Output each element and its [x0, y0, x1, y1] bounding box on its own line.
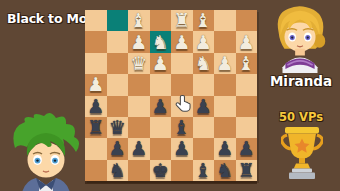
player-avatar: [5, 112, 89, 191]
square-b4[interactable]: [107, 96, 129, 117]
square-h5[interactable]: [236, 74, 258, 95]
square-d6[interactable]: ♟: [150, 53, 172, 74]
chess-board[interactable]: ♝♜♝♟♞♟♟♟♛♟♞♟♝♟♟♟ ♟♜♛♝♟♟♟♟♟♞♚♝♞♜: [85, 10, 257, 181]
square-h2[interactable]: ♟: [236, 138, 258, 159]
square-b7[interactable]: [107, 31, 129, 52]
square-e6[interactable]: [171, 53, 193, 74]
trophy-icon: [281, 125, 323, 181]
white-pawn-piece[interactable]: ♟: [193, 31, 215, 52]
square-g5[interactable]: [214, 74, 236, 95]
opponent-avatar: [269, 3, 331, 73]
white-queen-piece[interactable]: ♛: [128, 53, 150, 74]
square-b2[interactable]: ♟: [107, 138, 129, 159]
white-pawn-piece[interactable]: ♟: [85, 74, 107, 95]
square-h1[interactable]: ♜: [236, 160, 258, 181]
square-h4[interactable]: [236, 96, 258, 117]
square-c5[interactable]: [128, 74, 150, 95]
square-c4[interactable]: [128, 96, 150, 117]
square-f4[interactable]: ♟: [193, 96, 215, 117]
square-d7[interactable]: ♞: [150, 31, 172, 52]
square-a8[interactable]: [85, 10, 107, 31]
square-e4[interactable]: [171, 96, 193, 117]
square-c2[interactable]: ♟: [128, 138, 150, 159]
white-pawn-piece[interactable]: ♟: [171, 31, 193, 52]
square-f3[interactable]: [193, 117, 215, 138]
black-pawn-piece[interactable]: ♟: [128, 138, 150, 159]
square-c6[interactable]: ♛: [128, 53, 150, 74]
black-pawn-piece[interactable]: ♟: [150, 96, 172, 117]
square-g7[interactable]: [214, 31, 236, 52]
square-b6[interactable]: [107, 53, 129, 74]
game-screen: Black to Move ♝♜♝♟♞♟♟♟♛♟♞♟♝♟♟♟ ♟♜♛♝♟♟♟♟♟…: [0, 0, 340, 191]
square-d2[interactable]: [150, 138, 172, 159]
black-rook-piece[interactable]: ♜: [236, 160, 258, 181]
square-e1[interactable]: [171, 160, 193, 181]
black-bishop-piece[interactable]: ♝: [171, 117, 193, 138]
white-bishop-piece[interactable]: ♝: [236, 53, 258, 74]
square-a7[interactable]: [85, 31, 107, 52]
square-f2[interactable]: [193, 138, 215, 159]
square-b5[interactable]: [107, 74, 129, 95]
hand-cursor-icon: [173, 94, 194, 115]
black-queen-piece[interactable]: ♛: [107, 117, 129, 138]
black-bishop-piece[interactable]: ♝: [193, 160, 215, 181]
square-b1[interactable]: ♞: [107, 160, 129, 181]
square-g1[interactable]: ♞: [214, 160, 236, 181]
reward-label: 50 VPs: [262, 110, 340, 124]
black-king-piece[interactable]: ♚: [150, 160, 172, 181]
white-pawn-piece[interactable]: ♟: [214, 53, 236, 74]
square-f7[interactable]: ♟: [193, 31, 215, 52]
square-e8[interactable]: ♜: [171, 10, 193, 31]
opponent-name: Miranda: [262, 73, 340, 89]
square-a6[interactable]: [85, 53, 107, 74]
square-d5[interactable]: [150, 74, 172, 95]
square-f5[interactable]: [193, 74, 215, 95]
square-f1[interactable]: ♝: [193, 160, 215, 181]
white-bishop-piece[interactable]: ♝: [128, 10, 150, 31]
white-pawn-piece[interactable]: ♟: [150, 53, 172, 74]
black-knight-piece[interactable]: ♞: [214, 160, 236, 181]
square-d4[interactable]: ♟: [150, 96, 172, 117]
square-g4[interactable]: [214, 96, 236, 117]
square-d1[interactable]: ♚: [150, 160, 172, 181]
white-bishop-piece[interactable]: ♝: [193, 10, 215, 31]
square-d8[interactable]: [150, 10, 172, 31]
white-pawn-piece[interactable]: ♟: [128, 31, 150, 52]
square-f8[interactable]: ♝: [193, 10, 215, 31]
square-c8[interactable]: ♝: [128, 10, 150, 31]
square-g6[interactable]: ♟: [214, 53, 236, 74]
black-knight-piece[interactable]: ♞: [107, 160, 129, 181]
square-e3[interactable]: ♝: [171, 117, 193, 138]
square-g3[interactable]: [214, 117, 236, 138]
square-h8[interactable]: [236, 10, 258, 31]
square-b3[interactable]: ♛: [107, 117, 129, 138]
square-a5[interactable]: ♟: [85, 74, 107, 95]
square-f6[interactable]: ♞: [193, 53, 215, 74]
square-e2[interactable]: ♟: [171, 138, 193, 159]
square-h6[interactable]: ♝: [236, 53, 258, 74]
square-h7[interactable]: ♟: [236, 31, 258, 52]
black-pawn-piece[interactable]: ♟: [107, 138, 129, 159]
square-g8[interactable]: [214, 10, 236, 31]
square-c3[interactable]: [128, 117, 150, 138]
black-pawn-piece[interactable]: ♟: [236, 138, 258, 159]
square-b8[interactable]: [107, 10, 129, 31]
square-e5[interactable]: [171, 74, 193, 95]
black-pawn-piece[interactable]: ♟: [214, 138, 236, 159]
square-g2[interactable]: ♟: [214, 138, 236, 159]
square-h3[interactable]: [236, 117, 258, 138]
square-e7[interactable]: ♟: [171, 31, 193, 52]
square-c7[interactable]: ♟: [128, 31, 150, 52]
square-d3[interactable]: [150, 117, 172, 138]
white-pawn-piece[interactable]: ♟: [236, 31, 258, 52]
black-pawn-piece[interactable]: ♟: [171, 138, 193, 159]
square-c1[interactable]: [128, 160, 150, 181]
white-knight-piece[interactable]: ♞: [193, 53, 215, 74]
white-knight-piece[interactable]: ♞: [150, 31, 172, 52]
black-pawn-piece[interactable]: ♟: [193, 96, 215, 117]
white-rook-piece[interactable]: ♜: [171, 10, 193, 31]
